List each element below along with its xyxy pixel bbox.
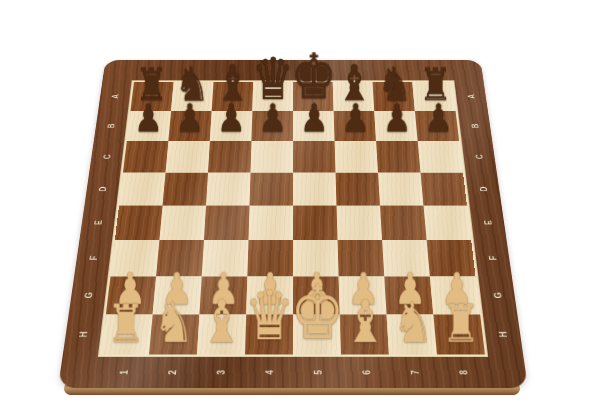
piece-light-bishop[interactable]: ♝ (200, 292, 243, 351)
piece-dark-pawn[interactable]: ♟ (134, 99, 163, 138)
piece-light-rook[interactable]: ♜ (106, 298, 145, 351)
label-bottom-6: 6 (347, 352, 385, 394)
square-B5[interactable]: ♟ (293, 111, 335, 141)
square-C7[interactable] (376, 141, 420, 173)
label-bottom-1: 1 (103, 352, 143, 394)
square-B2[interactable]: ♟ (168, 111, 211, 141)
piece-light-knight[interactable]: ♞ (153, 295, 194, 351)
piece-dark-pawn[interactable]: ♟ (217, 99, 246, 138)
square-E4[interactable] (248, 206, 293, 241)
square-D4[interactable] (250, 173, 293, 206)
square-C1[interactable] (123, 141, 168, 173)
rank-labels-bottom: 12345678 (97, 357, 489, 388)
square-B7[interactable]: ♟ (374, 111, 417, 141)
square-C5[interactable] (293, 141, 335, 173)
square-E2[interactable] (159, 206, 206, 241)
square-H3[interactable]: ♝ (197, 315, 246, 355)
square-D3[interactable] (206, 173, 250, 206)
square-H7[interactable]: ♞ (387, 315, 437, 355)
piece-dark-pawn[interactable]: ♟ (341, 99, 370, 138)
piece-dark-pawn[interactable]: ♟ (299, 99, 328, 138)
square-D7[interactable] (378, 173, 423, 206)
square-E1[interactable] (115, 206, 163, 241)
square-D2[interactable] (163, 173, 208, 206)
square-D8[interactable] (420, 173, 466, 206)
piece-dark-pawn[interactable]: ♟ (382, 99, 411, 138)
label-bottom-4: 4 (250, 352, 286, 394)
board-frame: ABCDEFGH ABCDEFGH 12345678 ♜♞♝♛♚♝♞♜♟♟♟♟♟… (58, 60, 528, 388)
square-B4[interactable]: ♟ (251, 111, 293, 141)
square-H5[interactable]: ♚ (293, 315, 341, 355)
square-D5[interactable] (293, 173, 336, 206)
square-H1[interactable]: ♜ (101, 315, 153, 355)
label-bottom-5: 5 (299, 352, 335, 394)
playing-area: ♜♞♝♛♚♝♞♜♟♟♟♟♟♟♟♟♟♟♟♟♟♟♟♟♜♞♝♛♚♝♞♜ (98, 80, 488, 357)
piece-light-knight[interactable]: ♞ (392, 295, 433, 351)
piece-light-king[interactable]: ♚ (290, 276, 345, 350)
square-B6[interactable]: ♟ (334, 111, 376, 141)
square-H2[interactable]: ♞ (149, 315, 199, 355)
square-H4[interactable]: ♛ (245, 315, 293, 355)
piece-dark-pawn[interactable]: ♟ (258, 99, 287, 138)
square-H8[interactable]: ♜ (433, 315, 485, 355)
piece-light-rook[interactable]: ♜ (441, 298, 480, 351)
square-C4[interactable] (251, 141, 293, 173)
piece-light-bishop[interactable]: ♝ (343, 292, 386, 351)
square-D1[interactable] (119, 173, 165, 206)
label-bottom-8: 8 (443, 352, 483, 394)
square-C8[interactable] (418, 141, 463, 173)
square-C6[interactable] (335, 141, 378, 173)
square-B8[interactable]: ♟ (415, 111, 459, 141)
squares-grid: ♜♞♝♛♚♝♞♜♟♟♟♟♟♟♟♟♟♟♟♟♟♟♟♟♜♞♝♛♚♝♞♜ (101, 82, 485, 355)
square-C3[interactable] (208, 141, 251, 173)
square-B3[interactable]: ♟ (210, 111, 252, 141)
square-D6[interactable] (335, 173, 379, 206)
piece-light-queen[interactable]: ♛ (244, 282, 294, 350)
piece-dark-pawn[interactable]: ♟ (424, 99, 453, 138)
square-C2[interactable] (166, 141, 210, 173)
square-E8[interactable] (423, 206, 471, 241)
square-E7[interactable] (380, 206, 427, 241)
square-H6[interactable]: ♝ (340, 315, 389, 355)
label-bottom-2: 2 (152, 352, 191, 394)
square-E5[interactable] (293, 206, 338, 241)
square-E6[interactable] (336, 206, 382, 241)
square-B1[interactable]: ♟ (127, 111, 171, 141)
piece-dark-pawn[interactable]: ♟ (175, 99, 204, 138)
label-bottom-3: 3 (201, 352, 239, 394)
chess-board: ABCDEFGH ABCDEFGH 12345678 ♜♞♝♛♚♝♞♜♟♟♟♟♟… (58, 60, 528, 388)
label-bottom-7: 7 (395, 352, 434, 394)
photo-stage: ABCDEFGH ABCDEFGH 12345678 ♜♞♝♛♚♝♞♜♟♟♟♟♟… (0, 0, 612, 408)
square-E3[interactable] (204, 206, 250, 241)
